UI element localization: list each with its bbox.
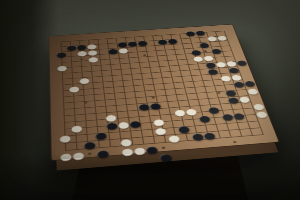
board-grid: ●●●●●●●●●●●●●●●●●●●●●●●●●●●●●●●●●●●●●●●●… <box>56 28 269 154</box>
board-point <box>60 161 73 172</box>
board-wood-surface: ●●●●●●●●●●●●●●●●●●●●●●●●●●●●●●●●●●●●●●●●… <box>49 24 278 160</box>
board-point <box>85 159 98 170</box>
background-shadow-left <box>0 0 58 200</box>
go-board: ●●●●●●●●●●●●●●●●●●●●●●●●●●●●●●●●●●●●●●●●… <box>49 24 278 160</box>
board-point <box>97 158 110 169</box>
photo-scene: ●●●●●●●●●●●●●●●●●●●●●●●●●●●●●●●●●●●●●●●●… <box>0 0 300 200</box>
board-point <box>267 144 282 154</box>
board-point <box>72 160 85 171</box>
